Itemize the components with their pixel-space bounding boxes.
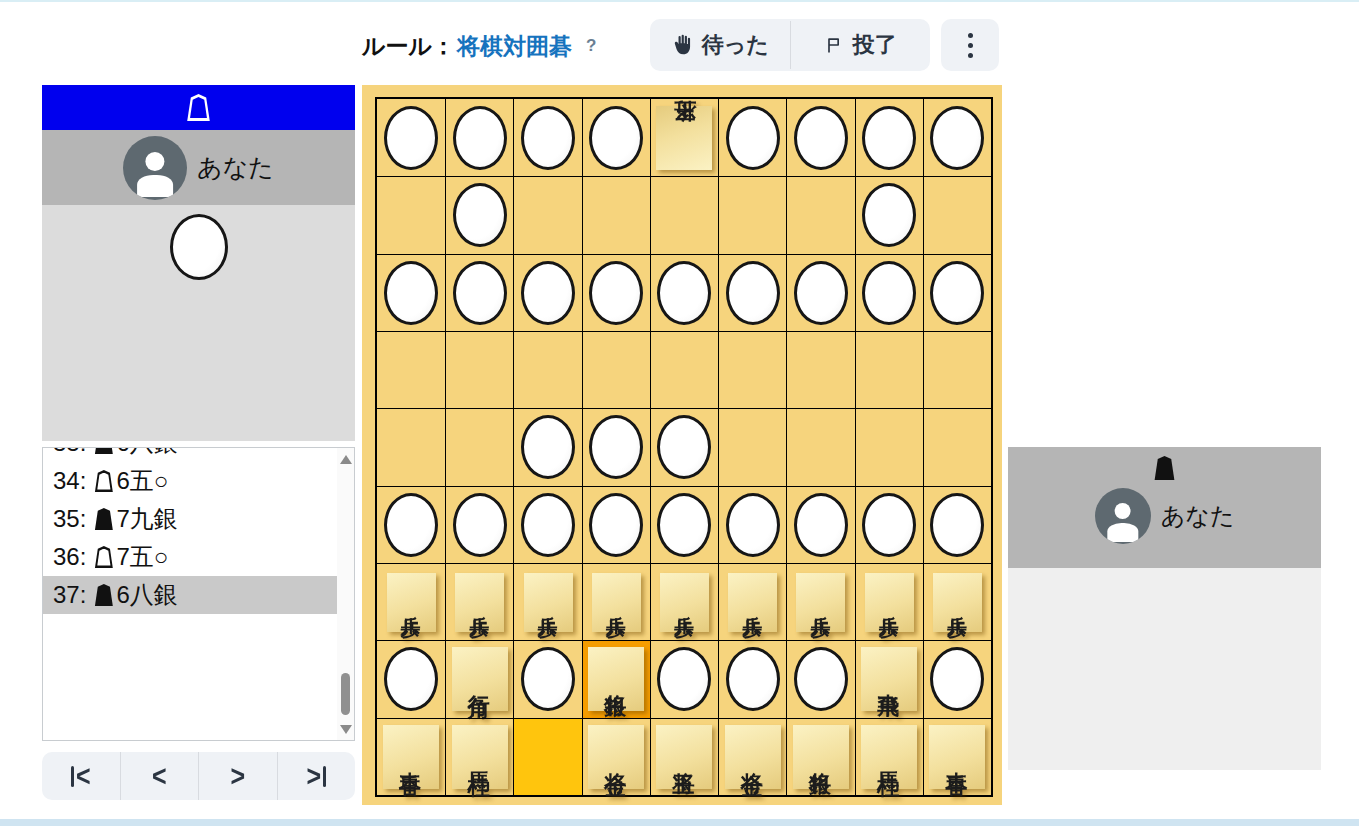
board-cell-r4c1[interactable] (377, 331, 445, 408)
turn-indicator-bar (42, 85, 355, 130)
board-cell-r6c4[interactable] (582, 486, 650, 563)
board-cell-r7c7[interactable]: 歩兵 (786, 563, 854, 640)
board-cell-r8c6[interactable] (718, 640, 786, 717)
board-cell-r4c4[interactable] (582, 331, 650, 408)
white-go-stone (726, 106, 780, 170)
white-go-stone (657, 261, 711, 325)
board-cell-r5c5[interactable] (650, 408, 718, 485)
board-cell-r4c8[interactable] (855, 331, 923, 408)
ellipsis-dot (968, 43, 973, 48)
white-go-stone (862, 493, 916, 557)
board-cell-r4c2[interactable] (445, 331, 513, 408)
board-cell-r9c2[interactable]: 桂馬 (445, 718, 513, 795)
board-cell-r6c7[interactable] (786, 486, 854, 563)
board-cell-r1c9[interactable] (923, 99, 991, 176)
white-go-stone (794, 493, 848, 557)
board-cell-r6c5[interactable] (650, 486, 718, 563)
black-player-name: あなた (1161, 500, 1235, 532)
board-cell-r9c3[interactable] (513, 718, 581, 795)
shogi-piece-金将: 金将 (725, 725, 781, 789)
nav-next-button[interactable]: > (198, 752, 277, 800)
more-menu-button[interactable] (941, 19, 999, 71)
shogi-piece-歩兵: 歩兵 (592, 573, 641, 632)
white-player-panel: あなた (42, 85, 355, 441)
move-number: 34: (53, 467, 86, 495)
board-cell-r9c8[interactable]: 桂馬 (855, 718, 923, 795)
board-cell-r7c3[interactable]: 歩兵 (513, 563, 581, 640)
board-cell-r8c7[interactable] (786, 640, 854, 717)
move-text: 7五○ (116, 541, 168, 573)
board-grid: 王将歩兵歩兵歩兵歩兵歩兵歩兵歩兵歩兵歩兵角行銀将飛車香車桂馬金将玉将金将銀将桂馬… (375, 97, 993, 797)
white-go-stone (930, 261, 984, 325)
board-cell-r9c4[interactable]: 金将 (582, 718, 650, 795)
resign-button-label: 投了 (853, 30, 897, 60)
white-go-stone (589, 106, 643, 170)
board-cell-r1c1[interactable] (377, 99, 445, 176)
move-number: 33: (53, 447, 86, 457)
shogi-piece-歩兵: 歩兵 (387, 573, 436, 632)
captured-white-stone[interactable] (170, 214, 228, 280)
board-cell-r4c7[interactable] (786, 331, 854, 408)
board-cell-r3c6[interactable] (718, 254, 786, 331)
white-shogi-piece-icon (94, 470, 113, 492)
board-cell-r4c3[interactable] (513, 331, 581, 408)
board-cell-r5c9[interactable] (923, 408, 991, 485)
shogi-piece-王将-inverted: 王将 (656, 106, 712, 170)
board-cell-r7c1[interactable]: 歩兵 (377, 563, 445, 640)
white-shogi-piece-icon (187, 94, 211, 121)
rule-label: ルール： (362, 31, 455, 62)
scrollbar-thumb[interactable] (341, 673, 350, 715)
white-go-stone (521, 415, 575, 479)
white-go-stone (726, 493, 780, 557)
flag-icon (824, 34, 844, 56)
shogi-piece-歩兵: 歩兵 (728, 573, 777, 632)
board-cell-r2c6[interactable] (718, 176, 786, 253)
white-go-stone (794, 647, 848, 711)
board-cell-r2c2[interactable] (445, 176, 513, 253)
board-cell-r2c3[interactable] (513, 176, 581, 253)
board-cell-r5c4[interactable] (582, 408, 650, 485)
black-shogi-piece-icon (94, 447, 113, 454)
white-go-stone (930, 647, 984, 711)
shogi-piece-歩兵: 歩兵 (933, 573, 982, 632)
white-go-stone (657, 647, 711, 711)
white-go-stone (453, 183, 507, 247)
board-cell-r6c6[interactable] (718, 486, 786, 563)
bar-glyph (323, 766, 326, 787)
board-cell-r5c7[interactable] (786, 408, 854, 485)
board-cell-r1c2[interactable] (445, 99, 513, 176)
board-cell-r1c7[interactable] (786, 99, 854, 176)
shogi-piece-歩兵: 歩兵 (660, 573, 709, 632)
white-player-name: あなた (197, 151, 274, 184)
board-cell-r3c1[interactable] (377, 254, 445, 331)
board-cell-r2c9[interactable] (923, 176, 991, 253)
board-cell-r7c4[interactable]: 歩兵 (582, 563, 650, 640)
move-list[interactable]: 33:6八銀34:6五○35:7九銀36:7五○37:6八銀 (42, 447, 355, 741)
board-cell-r2c5[interactable] (650, 176, 718, 253)
shogi-piece-香車: 香車 (929, 725, 985, 789)
white-go-stone (862, 183, 916, 247)
hand-icon (671, 34, 693, 56)
board-cell-r3c9[interactable] (923, 254, 991, 331)
board-cell-r8c3[interactable] (513, 640, 581, 717)
shogi-piece-香車: 香車 (383, 725, 439, 789)
undo-button[interactable]: 待った (650, 19, 790, 71)
white-go-stone (453, 261, 507, 325)
board-cell-r5c2[interactable] (445, 408, 513, 485)
board-cell-r9c6[interactable]: 金将 (718, 718, 786, 795)
move-row-36[interactable]: 36:7五○ (43, 538, 338, 576)
undo-button-label: 待った (702, 30, 769, 60)
ellipsis-dot (968, 33, 973, 38)
white-go-stone (384, 493, 438, 557)
black-shogi-piece-icon (94, 584, 113, 606)
move-text: 6八銀 (116, 579, 177, 611)
chevron-right-icon: > (306, 759, 321, 792)
board-cell-r2c4[interactable] (582, 176, 650, 253)
nav-first-button[interactable]: < (42, 752, 120, 800)
white-go-stone (589, 415, 643, 479)
move-number: 35: (53, 505, 86, 533)
board-cell-r3c5[interactable] (650, 254, 718, 331)
board-cell-r2c1[interactable] (377, 176, 445, 253)
board-cell-r9c9[interactable]: 香車 (923, 718, 991, 795)
shogi-piece-歩兵: 歩兵 (455, 573, 504, 632)
board-cell-r1c6[interactable] (718, 99, 786, 176)
move-row-35[interactable]: 35:7九銀 (43, 500, 338, 538)
black-player-header: あなた (1008, 447, 1321, 568)
bar-glyph (71, 766, 74, 787)
board-cell-r6c3[interactable] (513, 486, 581, 563)
nav-last-button[interactable]: > (277, 752, 356, 800)
rule-name-link[interactable]: 将棋対囲碁 (457, 31, 572, 62)
board-cell-r7c2[interactable]: 歩兵 (445, 563, 513, 640)
white-go-stone (657, 493, 711, 557)
white-go-stone (384, 647, 438, 711)
board-cell-r8c5[interactable] (650, 640, 718, 717)
white-go-stone (521, 493, 575, 557)
board-cell-r9c7[interactable]: 銀将 (786, 718, 854, 795)
board-cell-r2c8[interactable] (855, 176, 923, 253)
shogi-piece-銀将: 銀将 (588, 647, 644, 711)
board-cell-r1c5[interactable]: 王将 (650, 99, 718, 176)
move-number: 37: (53, 581, 86, 609)
black-shogi-piece-icon (94, 508, 113, 530)
board-cell-r8c9[interactable] (923, 640, 991, 717)
board-cell-r3c4[interactable] (582, 254, 650, 331)
chevron-left-icon: < (76, 759, 91, 792)
move-list-items: 33:6八銀34:6五○35:7九銀36:7五○37:6八銀 (43, 447, 354, 614)
white-go-stone (521, 106, 575, 170)
white-go-stone (726, 261, 780, 325)
board-cell-r3c3[interactable] (513, 254, 581, 331)
avatar (1095, 488, 1151, 544)
move-text: 7九銀 (116, 503, 177, 535)
board-cell-r5c8[interactable] (855, 408, 923, 485)
resign-button[interactable]: 投了 (791, 19, 931, 71)
white-go-stone (657, 415, 711, 479)
white-go-stone (521, 261, 575, 325)
board-cell-r6c9[interactable] (923, 486, 991, 563)
white-go-stone (794, 261, 848, 325)
board-cell-r5c1[interactable] (377, 408, 445, 485)
shogi-piece-金将: 金将 (588, 725, 644, 789)
board-cell-r8c4[interactable]: 銀将 (582, 640, 650, 717)
white-go-stone (794, 106, 848, 170)
move-list-scrollbar[interactable] (337, 448, 354, 740)
white-go-stone (453, 106, 507, 170)
nav-prev-button[interactable]: < (120, 752, 199, 800)
shogi-piece-桂馬: 桂馬 (861, 725, 917, 789)
board-cell-r6c8[interactable] (855, 486, 923, 563)
white-go-stone (726, 647, 780, 711)
move-row-37[interactable]: 37:6八銀 (43, 576, 338, 614)
move-text: 6五○ (116, 465, 168, 497)
white-go-stone (589, 261, 643, 325)
board-cell-r7c6[interactable]: 歩兵 (718, 563, 786, 640)
board-cell-r3c8[interactable] (855, 254, 923, 331)
black-shogi-piece-icon (1154, 456, 1175, 480)
shogi-piece-飛車: 飛車 (861, 647, 917, 711)
board-cell-r1c3[interactable] (513, 99, 581, 176)
board-cell-r1c8[interactable] (855, 99, 923, 176)
board-cell-r3c7[interactable] (786, 254, 854, 331)
white-go-stone (862, 261, 916, 325)
app-window: ルール：将棋対囲碁? 待った 投了 あなた 33:6八銀34:6五○35:7九銀… (0, 0, 1359, 826)
board-cell-r3c2[interactable] (445, 254, 513, 331)
shogi-piece-歩兵: 歩兵 (796, 573, 845, 632)
board-cell-r9c5[interactable]: 玉将 (650, 718, 718, 795)
rule-help-icon[interactable]: ? (586, 36, 596, 56)
shogi-piece-桂馬: 桂馬 (452, 725, 508, 789)
board-cell-r5c3[interactable] (513, 408, 581, 485)
white-go-stone (453, 493, 507, 557)
black-captured-tray (1008, 568, 1321, 770)
white-go-stone (930, 493, 984, 557)
move-number: 36: (53, 543, 86, 571)
game-board: 王将歩兵歩兵歩兵歩兵歩兵歩兵歩兵歩兵歩兵角行銀将飛車香車桂馬金将玉将金将銀将桂馬… (362, 85, 1002, 805)
board-cell-r2c7[interactable] (786, 176, 854, 253)
board-cell-r7c5[interactable]: 歩兵 (650, 563, 718, 640)
ellipsis-dot (968, 53, 973, 58)
board-cell-r1c4[interactable] (582, 99, 650, 176)
white-shogi-piece-icon (94, 546, 113, 568)
chevron-right-icon: > (230, 759, 245, 792)
board-cell-r8c2[interactable]: 角行 (445, 640, 513, 717)
board-cell-r5c6[interactable] (718, 408, 786, 485)
board-cell-r6c1[interactable] (377, 486, 445, 563)
shogi-piece-玉将: 玉将 (656, 725, 712, 789)
move-row-34[interactable]: 34:6五○ (43, 462, 338, 500)
scroll-up-arrow[interactable] (337, 450, 354, 468)
shogi-piece-角行: 角行 (452, 647, 508, 711)
white-go-stone (384, 261, 438, 325)
avatar (123, 136, 187, 200)
white-player-row: あなた (42, 130, 355, 205)
board-cell-r8c1[interactable] (377, 640, 445, 717)
chevron-left-icon: < (152, 759, 167, 792)
top-border-strip (0, 0, 1359, 2)
white-go-stone (521, 647, 575, 711)
black-player-panel: あなた (1008, 447, 1321, 770)
move-row-33[interactable]: 33:6八銀 (43, 447, 338, 462)
shogi-piece-歩兵: 歩兵 (524, 573, 573, 632)
scroll-down-arrow[interactable] (337, 720, 354, 738)
board-cell-r6c2[interactable] (445, 486, 513, 563)
white-go-stone (930, 106, 984, 170)
board-cell-r4c6[interactable] (718, 331, 786, 408)
board-cell-r9c1[interactable]: 香車 (377, 718, 445, 795)
move-text: 6八銀 (116, 447, 177, 459)
white-go-stone (384, 106, 438, 170)
board-cell-r4c5[interactable] (650, 331, 718, 408)
board-cell-r8c8[interactable]: 飛車 (855, 640, 923, 717)
board-cell-r7c9[interactable]: 歩兵 (923, 563, 991, 640)
rule-header: ルール：将棋対囲碁? (362, 30, 596, 62)
white-captured-tray (42, 205, 355, 441)
board-cell-r7c8[interactable]: 歩兵 (855, 563, 923, 640)
bottom-border-strip (0, 819, 1359, 826)
board-cell-r4c9[interactable] (923, 331, 991, 408)
shogi-piece-銀将: 銀将 (793, 725, 849, 789)
action-button-group: 待った 投了 (650, 19, 930, 71)
move-navigation-bar: < < > > (42, 752, 355, 800)
white-go-stone (862, 106, 916, 170)
black-player-row: あなた (1095, 488, 1235, 544)
white-go-stone (589, 493, 643, 557)
shogi-piece-歩兵: 歩兵 (865, 573, 914, 632)
